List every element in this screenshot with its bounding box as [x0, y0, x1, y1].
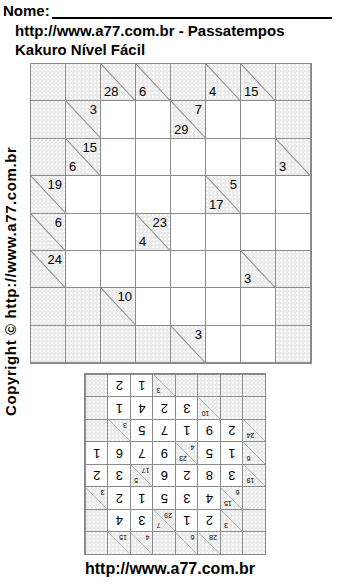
block-cell-r6c8: [276, 251, 311, 288]
solution-block-cell-r7c8: [85, 397, 108, 420]
clue-cell-r2c2: 3: [66, 101, 101, 138]
clue-cell-r7c3: 10: [101, 288, 136, 325]
block-cell-r1c1: [31, 64, 66, 101]
copyright-vertical-text: Copyright © http://www.a77.com.br: [2, 65, 19, 416]
solution-block-cell-r2c1: [243, 509, 266, 532]
solution-across-clue: 24: [247, 433, 255, 440]
solution-block-cell-r3c1: [243, 487, 266, 510]
block-cell-r8c4: [136, 326, 171, 363]
solution-entry-cell-r8c7: 2: [108, 374, 131, 397]
solution-clue-cell-r7c3: 10: [198, 397, 221, 420]
solution-block-cell-r2c8: [85, 509, 108, 532]
entry-cell-r7c4[interactable]: [136, 288, 171, 325]
solution-down-clue: 4: [146, 535, 150, 542]
solution-entry-cell-r4c2: 3: [220, 464, 243, 487]
solution-entry-cell-r7c4: 3: [175, 397, 198, 420]
entry-cell-r8c6[interactable]: [206, 326, 241, 363]
solution-clue-cell-r4c1: 19: [243, 464, 266, 487]
entry-cell-r4c8[interactable]: [276, 176, 311, 213]
solution-clue-cell-r3c8: 3: [85, 487, 108, 510]
entry-cell-r5c5[interactable]: [171, 214, 206, 251]
across-clue: 5: [230, 178, 237, 191]
entry-cell-r3c3[interactable]: [101, 139, 136, 176]
solution-clue-cell-r2c2: 3: [220, 509, 243, 532]
clue-cell-r6c1: 24: [31, 251, 66, 288]
entry-cell-r4c2[interactable]: [66, 176, 101, 213]
solution-block-cell-r8c2: [220, 374, 243, 397]
solution-down-clue: 3: [101, 490, 105, 497]
solution-clue-cell-r8c5: 3: [153, 374, 176, 397]
block-cell-r2c8: [276, 101, 311, 138]
down-clue: 4: [209, 85, 216, 98]
kakuro-solution-grid-rotated: 2864153217293415643512319382651732615234…: [84, 373, 266, 555]
block-cell-r7c1: [31, 288, 66, 325]
solution-down-clue: 3: [123, 422, 127, 429]
solution-block-cell-r1c2: [220, 532, 243, 555]
clue-cell-r1c3: 28: [101, 64, 136, 101]
solution-block-cell-r1c5: [153, 532, 176, 555]
clue-cell-r1c4: 6: [136, 64, 171, 101]
solution-entry-cell-r2c7: 4: [108, 509, 131, 532]
entry-cell-r4c7[interactable]: [241, 176, 276, 213]
down-clue: 15: [244, 85, 258, 98]
entry-cell-r5c6[interactable]: [206, 214, 241, 251]
solution-clue-cell-r3c2: 156: [220, 487, 243, 510]
solution-clue-cell-r5c4: 234: [175, 442, 198, 465]
across-clue: 19: [48, 178, 62, 191]
solution-across-clue: 3: [224, 523, 228, 530]
solution-entry-cell-r5c2: 1: [220, 442, 243, 465]
block-cell-r1c2: [66, 64, 101, 101]
solution-entry-cell-r6c5: 7: [153, 419, 176, 442]
across-clue: 7: [195, 103, 202, 116]
clue-cell-r3c2: 156: [66, 139, 101, 176]
solution-entry-cell-r5c7: 6: [108, 442, 131, 465]
entry-cell-r6c5[interactable]: [171, 251, 206, 288]
entry-cell-r7c5[interactable]: [171, 288, 206, 325]
solution-down-clue: 28: [209, 535, 217, 542]
solution-entry-cell-r5c3: 5: [198, 442, 221, 465]
down-clue: 4: [139, 235, 146, 248]
solution-down-clue: 29: [164, 512, 172, 519]
across-clue: 10: [118, 290, 132, 303]
entry-cell-r6c4[interactable]: [136, 251, 171, 288]
block-cell-r8c1: [31, 326, 66, 363]
entry-cell-r5c2[interactable]: [66, 214, 101, 251]
solution-entry-cell-r7c5: 2: [153, 397, 176, 420]
solution-entry-cell-r8c6: 1: [130, 374, 153, 397]
solution-entry-cell-r3c5: 5: [153, 487, 176, 510]
solution-entry-cell-r2c4: 1: [175, 509, 198, 532]
clue-cell-r2c5: 729: [171, 101, 206, 138]
block-cell-r1c5: [171, 64, 206, 101]
solution-clue-cell-r1c7: 15: [108, 532, 131, 555]
solution-across-clue: 23: [179, 455, 187, 462]
block-cell-r2c1: [31, 101, 66, 138]
solution-entry-cell-r3c3: 4: [198, 487, 221, 510]
block-cell-r7c8: [276, 288, 311, 325]
solution-entry-cell-r5c6: 7: [130, 442, 153, 465]
entry-cell-r4c4[interactable]: [136, 176, 171, 213]
solution-entry-cell-r3c4: 3: [175, 487, 198, 510]
across-clue: 23: [153, 216, 167, 229]
solution-clue-cell-r5c1: 6: [243, 442, 266, 465]
entry-cell-r6c6[interactable]: [206, 251, 241, 288]
down-clue: 17: [209, 198, 223, 211]
solution-block-cell-r8c3: [198, 374, 221, 397]
entry-cell-r3c5[interactable]: [171, 139, 206, 176]
solution-entry-cell-r4c4: 2: [175, 464, 198, 487]
entry-cell-r4c3[interactable]: [101, 176, 136, 213]
solution-clue-cell-r6c7: 3: [108, 419, 131, 442]
kakuro-puzzle-grid: 28641537291563195176234243103: [30, 63, 312, 364]
solution-entry-cell-r4c5: 6: [153, 464, 176, 487]
clue-cell-r4c1: 19: [31, 176, 66, 213]
solution-entry-cell-r7c6: 4: [130, 397, 153, 420]
down-clue: 3: [244, 272, 251, 285]
entry-cell-r2c6[interactable]: [206, 101, 241, 138]
solution-entry-cell-r6c6: 5: [130, 419, 153, 442]
entry-cell-r7c6[interactable]: [206, 288, 241, 325]
across-clue: 6: [55, 216, 62, 229]
name-blank-line[interactable]: [52, 2, 332, 19]
solution-block-cell-r7c2: [220, 397, 243, 420]
solution-down-clue: 6: [236, 490, 240, 497]
clue-cell-r3c8: 3: [276, 139, 311, 176]
solution-clue-cell-r2c5: 729: [153, 509, 176, 532]
block-cell-r8c3: [101, 326, 136, 363]
entry-cell-r5c8[interactable]: [276, 214, 311, 251]
entry-cell-r6c2[interactable]: [66, 251, 101, 288]
entry-cell-r2c7[interactable]: [241, 101, 276, 138]
solution-down-clue: 4: [191, 445, 195, 452]
solution-block-cell-r6c8: [85, 419, 108, 442]
footer-url: http://www.a77.com.br: [0, 560, 340, 578]
block-cell-r8c8: [276, 326, 311, 363]
solution-entry-cell-r4c3: 8: [198, 464, 221, 487]
entry-cell-r5c7[interactable]: [241, 214, 276, 251]
solution-entry-cell-r6c3: 9: [198, 419, 221, 442]
entry-cell-r2c4[interactable]: [136, 101, 171, 138]
entry-cell-r3c7[interactable]: [241, 139, 276, 176]
down-clue: 29: [174, 123, 188, 136]
solution-across-clue: 15: [224, 500, 232, 507]
down-clue: 6: [139, 85, 146, 98]
solution-entry-cell-r4c8: 2: [85, 464, 108, 487]
solution-block-cell-r1c8: [85, 532, 108, 555]
across-clue: 3: [195, 328, 202, 341]
down-clue: 28: [104, 85, 118, 98]
solution-down-clue: 6: [191, 535, 195, 542]
solution-block-cell-r8c1: [243, 374, 266, 397]
down-clue: 6: [69, 160, 76, 173]
block-cell-r7c2: [66, 288, 101, 325]
entry-cell-r8c7[interactable]: [241, 326, 276, 363]
solution-block-cell-r1c1: [243, 532, 266, 555]
entry-cell-r3c6[interactable]: [206, 139, 241, 176]
clue-cell-r8c5: 3: [171, 326, 206, 363]
solution-across-clue: 10: [202, 410, 210, 417]
clue-cell-r6c7: 3: [241, 251, 276, 288]
entry-cell-r3c4[interactable]: [136, 139, 171, 176]
solution-entry-cell-r6c4: 1: [175, 419, 198, 442]
across-clue: 24: [48, 253, 62, 266]
clue-cell-r5c4: 234: [136, 214, 171, 251]
down-clue: 3: [279, 160, 286, 173]
solution-block-cell-r7c1: [243, 397, 266, 420]
clue-cell-r1c6: 4: [206, 64, 241, 101]
entry-cell-r5c3[interactable]: [101, 214, 136, 251]
solution-entry-cell-r2c6: 3: [130, 509, 153, 532]
solution-entry-cell-r7c7: 1: [108, 397, 131, 420]
block-cell-r1c8: [276, 64, 311, 101]
name-row: Nome:: [3, 2, 332, 19]
solution-clue-cell-r1c6: 4: [130, 532, 153, 555]
solution-clue-cell-r4c6: 517: [130, 464, 153, 487]
solution-clue-cell-r1c3: 28: [198, 532, 221, 555]
puzzle-title: Kakuro Nível Fácil: [15, 41, 145, 59]
entry-cell-r6c3[interactable]: [101, 251, 136, 288]
clue-cell-r5c1: 6: [31, 214, 66, 251]
solution-across-clue: 19: [247, 478, 255, 485]
entry-cell-r4c5[interactable]: [171, 176, 206, 213]
solution-entry-cell-r6c2: 2: [220, 419, 243, 442]
solution-block-cell-r8c8: [85, 374, 108, 397]
entry-cell-r7c7[interactable]: [241, 288, 276, 325]
solution-clue-cell-r6c1: 24: [243, 419, 266, 442]
solution-entry-cell-r3c6: 1: [130, 487, 153, 510]
solution-entry-cell-r2c3: 2: [198, 509, 221, 532]
block-cell-r8c2: [66, 326, 101, 363]
site-header: http://www.a77.com.br - Passatempos: [15, 22, 285, 40]
block-cell-r3c1: [31, 139, 66, 176]
across-clue: 15: [83, 141, 97, 154]
clue-cell-r1c7: 15: [241, 64, 276, 101]
across-clue: 3: [90, 103, 97, 116]
solution-entry-cell-r3c7: 2: [108, 487, 131, 510]
solution-entry-cell-r5c5: 9: [153, 442, 176, 465]
solution-across-clue: 6: [247, 455, 251, 462]
entry-cell-r2c3[interactable]: [101, 101, 136, 138]
name-label: Nome:: [3, 2, 50, 19]
solution-entry-cell-r5c8: 1: [85, 442, 108, 465]
solution-block-cell-r8c4: [175, 374, 198, 397]
solution-down-clue: 17: [142, 467, 150, 474]
clue-cell-r4c6: 517: [206, 176, 241, 213]
solution-entry-cell-r4c7: 3: [108, 464, 131, 487]
solution-across-clue: 3: [157, 388, 161, 395]
solution-across-clue: 7: [157, 523, 161, 530]
solution-down-clue: 15: [119, 535, 127, 542]
solution-clue-cell-r1c4: 6: [175, 532, 198, 555]
solution-across-clue: 5: [134, 478, 138, 485]
